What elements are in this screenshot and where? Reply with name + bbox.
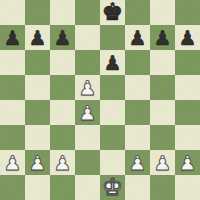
chess-board-wrap: ♚♟♟♟♟♟♟♟♟♟♟♟♟♟♟♟♚ — [0, 0, 200, 200]
square-c2[interactable]: ♟ — [50, 150, 75, 175]
square-a7[interactable]: ♟ — [0, 25, 25, 50]
square-d5[interactable]: ♟ — [75, 75, 100, 100]
white-pawn-piece-d4[interactable]: ♟ — [79, 103, 97, 123]
chess-board: ♚♟♟♟♟♟♟♟♟♟♟♟♟♟♟♟♚ — [0, 0, 200, 200]
square-f6[interactable] — [125, 50, 150, 75]
square-g3[interactable] — [150, 125, 175, 150]
square-h1[interactable] — [175, 175, 200, 200]
square-a6[interactable] — [0, 50, 25, 75]
square-c1[interactable] — [50, 175, 75, 200]
square-a8[interactable] — [0, 0, 25, 25]
square-f7[interactable]: ♟ — [125, 25, 150, 50]
square-f2[interactable]: ♟ — [125, 150, 150, 175]
black-pawn-piece-c7[interactable]: ♟ — [54, 28, 72, 48]
black-pawn-piece-a7[interactable]: ♟ — [4, 28, 22, 48]
square-h8[interactable] — [175, 0, 200, 25]
black-pawn-piece-e6[interactable]: ♟ — [104, 53, 122, 73]
square-d8[interactable] — [75, 0, 100, 25]
square-h6[interactable] — [175, 50, 200, 75]
square-e2[interactable] — [100, 150, 125, 175]
black-pawn-piece-h7[interactable]: ♟ — [179, 28, 197, 48]
square-a2[interactable]: ♟ — [0, 150, 25, 175]
square-h3[interactable] — [175, 125, 200, 150]
square-f5[interactable] — [125, 75, 150, 100]
black-king-piece-e8[interactable]: ♚ — [102, 0, 124, 24]
black-pawn-piece-f7[interactable]: ♟ — [129, 28, 147, 48]
square-g6[interactable] — [150, 50, 175, 75]
white-pawn-piece-d5[interactable]: ♟ — [79, 78, 97, 98]
white-pawn-piece-a2[interactable]: ♟ — [4, 153, 22, 173]
white-pawn-piece-g2[interactable]: ♟ — [154, 153, 172, 173]
square-b4[interactable] — [25, 100, 50, 125]
square-h7[interactable]: ♟ — [175, 25, 200, 50]
white-pawn-piece-c2[interactable]: ♟ — [54, 153, 72, 173]
white-pawn-piece-b2[interactable]: ♟ — [29, 153, 47, 173]
square-f1[interactable] — [125, 175, 150, 200]
square-g4[interactable] — [150, 100, 175, 125]
square-d1[interactable] — [75, 175, 100, 200]
square-b8[interactable] — [25, 0, 50, 25]
square-h2[interactable]: ♟ — [175, 150, 200, 175]
square-b5[interactable] — [25, 75, 50, 100]
square-d4[interactable]: ♟ — [75, 100, 100, 125]
square-b7[interactable]: ♟ — [25, 25, 50, 50]
square-c3[interactable] — [50, 125, 75, 150]
white-king-piece-e1[interactable]: ♚ — [102, 175, 124, 199]
square-e7[interactable] — [100, 25, 125, 50]
square-h5[interactable] — [175, 75, 200, 100]
square-a1[interactable] — [0, 175, 25, 200]
square-g1[interactable] — [150, 175, 175, 200]
square-e8[interactable]: ♚ — [100, 0, 125, 25]
square-a3[interactable] — [0, 125, 25, 150]
square-e1[interactable]: ♚ — [100, 175, 125, 200]
square-f4[interactable] — [125, 100, 150, 125]
square-d7[interactable] — [75, 25, 100, 50]
square-b2[interactable]: ♟ — [25, 150, 50, 175]
square-g2[interactable]: ♟ — [150, 150, 175, 175]
square-e4[interactable] — [100, 100, 125, 125]
square-a5[interactable] — [0, 75, 25, 100]
square-d6[interactable] — [75, 50, 100, 75]
square-e5[interactable] — [100, 75, 125, 100]
square-b6[interactable] — [25, 50, 50, 75]
square-g8[interactable] — [150, 0, 175, 25]
square-a4[interactable] — [0, 100, 25, 125]
square-d3[interactable] — [75, 125, 100, 150]
square-e3[interactable] — [100, 125, 125, 150]
square-f3[interactable] — [125, 125, 150, 150]
square-f8[interactable] — [125, 0, 150, 25]
square-d2[interactable] — [75, 150, 100, 175]
square-g5[interactable] — [150, 75, 175, 100]
square-c8[interactable] — [50, 0, 75, 25]
square-g7[interactable]: ♟ — [150, 25, 175, 50]
black-pawn-piece-b7[interactable]: ♟ — [29, 28, 47, 48]
square-b3[interactable] — [25, 125, 50, 150]
square-b1[interactable] — [25, 175, 50, 200]
square-c6[interactable] — [50, 50, 75, 75]
white-pawn-piece-h2[interactable]: ♟ — [179, 153, 197, 173]
square-c5[interactable] — [50, 75, 75, 100]
black-pawn-piece-g7[interactable]: ♟ — [154, 28, 172, 48]
white-pawn-piece-f2[interactable]: ♟ — [129, 153, 147, 173]
square-e6[interactable]: ♟ — [100, 50, 125, 75]
square-c7[interactable]: ♟ — [50, 25, 75, 50]
square-c4[interactable] — [50, 100, 75, 125]
square-h4[interactable] — [175, 100, 200, 125]
